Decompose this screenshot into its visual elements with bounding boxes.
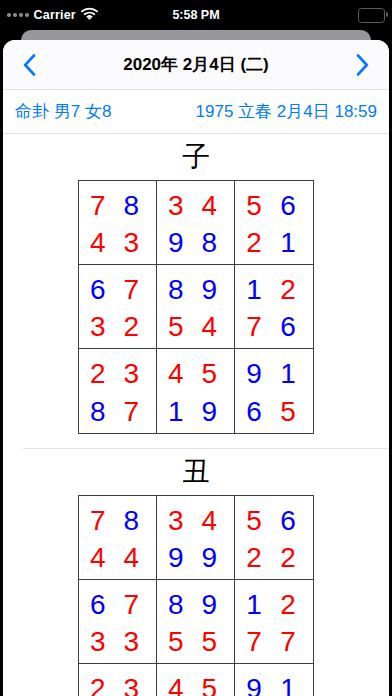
star-number: 8	[201, 229, 217, 257]
star-number: 4	[168, 675, 184, 696]
star-number: 3	[123, 675, 139, 696]
star-number: 8	[123, 507, 139, 535]
star-number: 4	[201, 313, 217, 341]
star-number: 9	[168, 229, 184, 257]
palace-cell: 8954	[157, 265, 235, 349]
star-number: 9	[201, 398, 217, 426]
star-number: 1	[280, 229, 296, 257]
palace-cell: 9165	[235, 349, 313, 433]
star-number: 3	[123, 360, 139, 388]
star-number: 5	[168, 313, 184, 341]
star-number: 2	[280, 591, 296, 619]
star-number: 9	[201, 544, 217, 572]
star-number: 2	[246, 544, 262, 572]
status-left: Carrier	[7, 6, 98, 24]
carrier-label: Carrier	[34, 8, 76, 22]
star-number: 8	[168, 591, 184, 619]
star-number: 1	[280, 675, 296, 696]
star-number: 4	[201, 507, 217, 535]
palace-cell: 6732	[79, 265, 157, 349]
palace-cell: 3498	[157, 181, 235, 265]
star-number: 5	[201, 628, 217, 656]
palace-cell: 91	[235, 664, 313, 696]
previous-day-button[interactable]	[19, 50, 40, 80]
star-number: 3	[123, 229, 139, 257]
star-number: 6	[280, 192, 296, 220]
star-number: 2	[280, 544, 296, 572]
star-number: 9	[168, 544, 184, 572]
star-number: 9	[246, 360, 262, 388]
status-bar: Carrier 5:58 PM	[0, 0, 392, 30]
star-number: 2	[90, 360, 106, 388]
hour-branch-heading: 子	[3, 142, 389, 172]
modal-sheet: 2020年 2月4日 (二) 命卦 男7 女8 1975 立春 2月4日 18:…	[3, 40, 389, 696]
star-number: 3	[90, 628, 106, 656]
charts-container: 子784334985621673289541276238745199165丑78…	[3, 133, 389, 696]
star-number: 3	[90, 313, 106, 341]
star-number: 4	[123, 544, 139, 572]
star-number: 1	[246, 591, 262, 619]
palace-cell: 4519	[157, 349, 235, 433]
palace-cell: 5621	[235, 181, 313, 265]
chevron-left-icon	[23, 54, 36, 76]
star-number: 6	[280, 313, 296, 341]
star-number: 4	[90, 229, 106, 257]
star-number: 3	[168, 192, 184, 220]
battery-icon	[358, 8, 385, 23]
palace-cell: 1277	[235, 580, 313, 664]
star-number: 6	[280, 507, 296, 535]
palace-cell: 7844	[79, 496, 157, 580]
palace-cell: 2387	[79, 349, 157, 433]
star-number: 4	[201, 192, 217, 220]
star-number: 5	[280, 398, 296, 426]
palace-cell: 8955	[157, 580, 235, 664]
wifi-icon	[81, 6, 98, 24]
date-title: 2020年 2月4日 (二)	[123, 53, 269, 76]
star-number: 7	[90, 507, 106, 535]
star-number: 7	[280, 628, 296, 656]
star-number: 6	[90, 591, 106, 619]
star-number: 1	[246, 276, 262, 304]
hour-chart-section: 子784334985621673289541276238745199165	[3, 133, 389, 434]
star-number: 4	[168, 360, 184, 388]
star-number: 8	[168, 276, 184, 304]
star-number: 4	[90, 544, 106, 572]
star-number: 7	[123, 591, 139, 619]
solar-term-link[interactable]: 1975 立春 2月4日 18:59	[196, 100, 377, 123]
palace-cell: 3499	[157, 496, 235, 580]
palace-cell: 6733	[79, 580, 157, 664]
star-number: 3	[123, 628, 139, 656]
star-number: 8	[123, 192, 139, 220]
star-number: 7	[123, 276, 139, 304]
star-number: 9	[201, 591, 217, 619]
star-number: 5	[246, 507, 262, 535]
star-number: 9	[246, 675, 262, 696]
star-number: 7	[123, 398, 139, 426]
phone-screen: Carrier 5:58 PM 2020年 2月4日 (二)	[0, 0, 392, 696]
star-number: 9	[201, 276, 217, 304]
star-number: 5	[201, 675, 217, 696]
section-divider	[23, 448, 389, 449]
status-right	[358, 8, 385, 23]
star-number: 7	[90, 192, 106, 220]
star-number: 7	[246, 628, 262, 656]
star-number: 1	[168, 398, 184, 426]
hour-chart-section: 丑784434995622673389551277234591	[3, 448, 389, 696]
star-number: 5	[201, 360, 217, 388]
palace-cell: 45	[157, 664, 235, 696]
cell-signal-icon	[7, 13, 29, 17]
hour-branch-heading: 丑	[3, 457, 389, 487]
star-number: 2	[246, 229, 262, 257]
next-day-button[interactable]	[352, 50, 373, 80]
star-number: 6	[246, 398, 262, 426]
star-number: 2	[123, 313, 139, 341]
palace-cell: 5622	[235, 496, 313, 580]
star-number: 2	[280, 276, 296, 304]
birth-info-row: 命卦 男7 女8 1975 立春 2月4日 18:59	[3, 90, 389, 133]
nine-palace-grid: 784334985621673289541276238745199165	[78, 180, 314, 434]
star-number: 5	[168, 628, 184, 656]
star-number: 1	[280, 360, 296, 388]
star-number: 6	[90, 276, 106, 304]
star-number: 2	[90, 675, 106, 696]
star-number: 7	[246, 313, 262, 341]
palace-cell: 7843	[79, 181, 157, 265]
star-number: 3	[168, 507, 184, 535]
chevron-right-icon	[356, 54, 369, 76]
star-number: 5	[246, 192, 262, 220]
nine-palace-grid: 784434995622673389551277234591	[78, 495, 314, 696]
palace-cell: 1276	[235, 265, 313, 349]
section-divider	[3, 133, 389, 134]
star-number: 8	[90, 398, 106, 426]
palace-cell: 23	[79, 664, 157, 696]
date-navigation-bar: 2020年 2月4日 (二)	[3, 40, 389, 90]
life-gua-link[interactable]: 命卦 男7 女8	[15, 100, 111, 123]
